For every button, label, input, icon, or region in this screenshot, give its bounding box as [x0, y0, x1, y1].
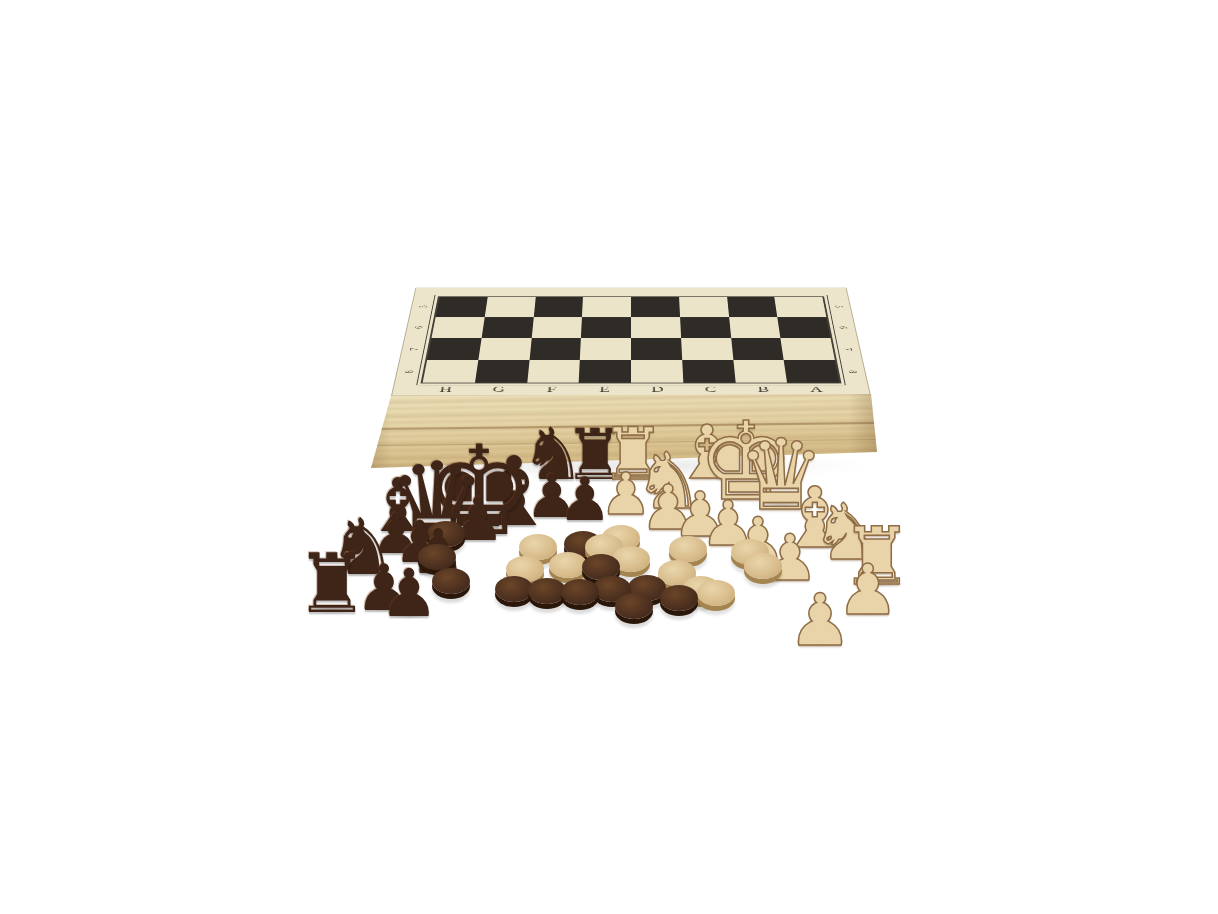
dark-pawn-piece: ♟ [555, 469, 615, 529]
product-photo-scene: HGFEDCBA 5678 5678 ♝♞♜♜♚♞♛♟♟♟♝♟♝♚♟♟♛♟♝♟♞… [0, 0, 1218, 914]
dark-pawn-piece: ♟ [376, 561, 442, 627]
checker-disc-dark [660, 585, 698, 611]
checker-disc-light [697, 580, 735, 606]
checker-disc-dark [561, 579, 599, 605]
light-pawn-piece: ♟ [784, 584, 856, 656]
checker-disc-light [744, 553, 782, 579]
pieces-layer: ♝♞♜♜♚♞♛♟♟♟♝♟♝♚♟♟♛♟♝♟♞♟♟♞♟♟♜♟♜♟♟♟ [0, 0, 1218, 914]
dark-rook-piece: ♜ [291, 543, 373, 625]
checker-disc-dark [615, 593, 653, 619]
checker-disc-light [669, 536, 707, 562]
